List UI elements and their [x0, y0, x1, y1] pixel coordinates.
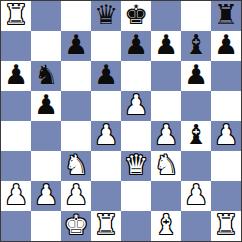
square-a6[interactable]: ♟ [1, 61, 31, 91]
square-g6[interactable]: ♟ [181, 61, 211, 91]
square-b2[interactable]: ♟ [31, 181, 61, 211]
square-b8[interactable] [31, 1, 61, 31]
piece-black-pawn-d6[interactable]: ♟ [94, 61, 118, 90]
square-g8[interactable] [181, 1, 211, 31]
square-g7[interactable]: ♝ [181, 31, 211, 61]
square-b3[interactable] [31, 151, 61, 181]
square-a4[interactable] [1, 121, 31, 151]
square-e8[interactable]: ♚ [121, 1, 151, 31]
piece-white-pawn-h4[interactable]: ♟ [214, 121, 238, 150]
piece-black-pawn-f7[interactable]: ♟ [154, 31, 178, 60]
piece-white-rook-h1[interactable]: ♜ [214, 211, 238, 240]
square-h7[interactable]: ♟ [211, 31, 241, 61]
square-d2[interactable] [91, 181, 121, 211]
piece-black-pawn-h7[interactable]: ♟ [214, 31, 238, 60]
piece-white-queen-e3[interactable]: ♛ [124, 151, 148, 180]
square-e4[interactable] [121, 121, 151, 151]
piece-black-pawn-b5[interactable]: ♟ [34, 91, 58, 120]
square-c5[interactable] [61, 91, 91, 121]
piece-black-pawn-e7[interactable]: ♟ [124, 31, 148, 60]
square-f8[interactable] [151, 1, 181, 31]
piece-white-pawn-b2[interactable]: ♟ [34, 181, 58, 210]
square-d8[interactable]: ♛ [91, 1, 121, 31]
square-h4[interactable]: ♟ [211, 121, 241, 151]
square-h2[interactable] [211, 181, 241, 211]
piece-white-rook-d1[interactable]: ♜ [94, 211, 118, 240]
square-e7[interactable]: ♟ [121, 31, 151, 61]
square-c7[interactable]: ♟ [61, 31, 91, 61]
square-b7[interactable] [31, 31, 61, 61]
square-a1[interactable] [1, 211, 31, 241]
square-c8[interactable] [61, 1, 91, 31]
square-h8[interactable]: ♜ [211, 1, 241, 31]
square-g1[interactable] [181, 211, 211, 241]
square-g2[interactable]: ♟ [181, 181, 211, 211]
square-h3[interactable] [211, 151, 241, 181]
piece-black-pawn-g6[interactable]: ♟ [184, 61, 208, 90]
piece-white-pawn-e5[interactable]: ♟ [124, 91, 148, 120]
square-d6[interactable]: ♟ [91, 61, 121, 91]
piece-white-knight-f3[interactable]: ♞ [154, 151, 178, 180]
square-d4[interactable]: ♟ [91, 121, 121, 151]
piece-black-pawn-c7[interactable]: ♟ [64, 31, 88, 60]
piece-white-pawn-d4[interactable]: ♟ [94, 121, 118, 150]
piece-white-pawn-f4[interactable]: ♟ [154, 121, 178, 150]
square-f6[interactable] [151, 61, 181, 91]
piece-black-knight-b6[interactable]: ♞ [34, 61, 58, 90]
square-c6[interactable] [61, 61, 91, 91]
piece-white-bishop-f1[interactable]: ♝ [154, 211, 178, 240]
square-a7[interactable] [1, 31, 31, 61]
square-a5[interactable] [1, 91, 31, 121]
piece-black-king-e8[interactable]: ♚ [124, 1, 148, 30]
piece-white-pawn-c2[interactable]: ♟ [64, 181, 88, 210]
square-e1[interactable] [121, 211, 151, 241]
square-d5[interactable] [91, 91, 121, 121]
square-h1[interactable]: ♜ [211, 211, 241, 241]
square-f3[interactable]: ♞ [151, 151, 181, 181]
square-h5[interactable] [211, 91, 241, 121]
square-f1[interactable]: ♝ [151, 211, 181, 241]
square-b5[interactable]: ♟ [31, 91, 61, 121]
square-d3[interactable] [91, 151, 121, 181]
square-a3[interactable] [1, 151, 31, 181]
piece-white-rook-a8[interactable]: ♜ [4, 1, 28, 30]
square-f4[interactable]: ♟ [151, 121, 181, 151]
square-g4[interactable]: ♝ [181, 121, 211, 151]
piece-white-pawn-a2[interactable]: ♟ [4, 181, 28, 210]
piece-black-rook-h8[interactable]: ♜ [214, 1, 238, 30]
square-a8[interactable]: ♜ [1, 1, 31, 31]
square-e5[interactable]: ♟ [121, 91, 151, 121]
square-e3[interactable]: ♛ [121, 151, 151, 181]
piece-white-knight-c3[interactable]: ♞ [64, 151, 88, 180]
chess-board: ♜♛♚♜♟♟♟♝♟♟♞♟♟♟♟♟♟♝♟♞♛♞♟♟♟♟♚♜♝♜ [0, 0, 242, 242]
square-e2[interactable] [121, 181, 151, 211]
square-b1[interactable] [31, 211, 61, 241]
square-a2[interactable]: ♟ [1, 181, 31, 211]
square-c1[interactable]: ♚ [61, 211, 91, 241]
chess-board-container: ♜♛♚♜♟♟♟♝♟♟♞♟♟♟♟♟♟♝♟♞♛♞♟♟♟♟♚♜♝♜ [0, 0, 242, 242]
square-f2[interactable] [151, 181, 181, 211]
piece-white-pawn-g2[interactable]: ♟ [184, 181, 208, 210]
square-h6[interactable] [211, 61, 241, 91]
square-g5[interactable] [181, 91, 211, 121]
square-c4[interactable] [61, 121, 91, 151]
square-e6[interactable] [121, 61, 151, 91]
piece-black-pawn-a6[interactable]: ♟ [4, 61, 28, 90]
square-f5[interactable] [151, 91, 181, 121]
square-d7[interactable] [91, 31, 121, 61]
piece-black-bishop-g4[interactable]: ♝ [184, 121, 208, 150]
square-g3[interactable] [181, 151, 211, 181]
square-c2[interactable]: ♟ [61, 181, 91, 211]
piece-black-bishop-g7[interactable]: ♝ [184, 31, 208, 60]
square-c3[interactable]: ♞ [61, 151, 91, 181]
square-d1[interactable]: ♜ [91, 211, 121, 241]
square-b4[interactable] [31, 121, 61, 151]
piece-black-queen-d8[interactable]: ♛ [94, 1, 118, 30]
piece-white-king-c1[interactable]: ♚ [64, 211, 88, 240]
square-f7[interactable]: ♟ [151, 31, 181, 61]
square-b6[interactable]: ♞ [31, 61, 61, 91]
